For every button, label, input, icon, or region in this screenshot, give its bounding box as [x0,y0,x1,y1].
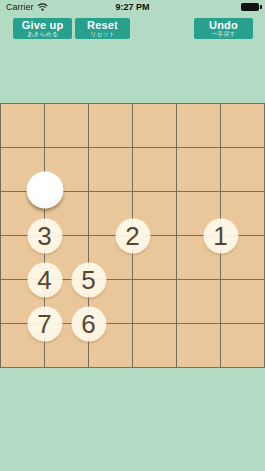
board-intersection-cell[interactable] [88,147,132,191]
ghost-stone-6[interactable]: 6 [71,306,106,341]
board-intersection-cell[interactable] [220,367,264,368]
board-intersection-cell[interactable] [220,323,264,367]
board-intersection-cell[interactable] [0,367,44,368]
board-intersection-cell[interactable] [132,323,176,367]
undo-label: Undo [209,19,238,31]
board-intersection-cell[interactable] [176,279,220,323]
board-intersection-cell[interactable] [44,367,88,368]
ghost-stone-2[interactable]: 2 [115,218,150,253]
board-intersection-cell[interactable] [264,367,265,368]
reset-sublabel: リセット [90,31,115,38]
ghost-stone-5[interactable]: 5 [71,262,106,297]
board-intersection-cell[interactable] [176,103,220,147]
ghost-stone-7[interactable]: 7 [27,306,62,341]
status-bar: Carrier 9:27 PM [0,0,265,14]
board-intersection-cell[interactable] [88,103,132,147]
board-intersection-cell[interactable] [44,103,88,147]
board-intersection-cell[interactable] [88,367,132,368]
carrier-label: Carrier [6,2,34,12]
give-up-button[interactable]: Give up あきらめる [13,18,72,39]
board-intersection-cell[interactable] [264,279,265,323]
board-intersection-cell[interactable] [132,279,176,323]
board-intersection-cell[interactable] [132,103,176,147]
ghost-stone-3[interactable]: 3 [27,218,62,253]
board-intersection-cell[interactable] [0,103,44,147]
give-up-sublabel: あきらめる [27,31,58,38]
board-intersection-cell[interactable] [264,235,265,279]
board-intersection-cell[interactable] [220,147,264,191]
board-intersection-cell[interactable] [176,147,220,191]
ghost-stone-4[interactable]: 4 [27,262,62,297]
battery-icon [241,3,259,11]
board-intersection-cell[interactable] [132,147,176,191]
give-up-label: Give up [22,19,64,31]
reset-button[interactable]: Reset リセット [75,18,130,39]
undo-button[interactable]: Undo 一手戻す [194,18,253,39]
app-screen: Carrier 9:27 PM Give up あきらめる Reset リセット… [0,0,265,471]
board-intersection-cell[interactable] [264,191,265,235]
white-stone [26,171,63,208]
wifi-icon [37,3,48,11]
board-intersection-cell[interactable] [132,367,176,368]
go-board[interactable]: 3214576 [0,103,265,368]
time-label: 9:27 PM [115,2,149,12]
board-intersection-cell[interactable] [264,323,265,367]
board-intersection-cell[interactable] [264,147,265,191]
board-intersection-cell[interactable] [176,367,220,368]
board-intersection-cell[interactable] [264,103,265,147]
reset-label: Reset [87,19,118,31]
board-intersection-cell[interactable] [220,103,264,147]
ghost-stone-1[interactable]: 1 [203,218,238,253]
board-intersection-cell[interactable] [220,279,264,323]
undo-sublabel: 一手戻す [211,31,235,38]
board-intersection-cell[interactable] [176,323,220,367]
